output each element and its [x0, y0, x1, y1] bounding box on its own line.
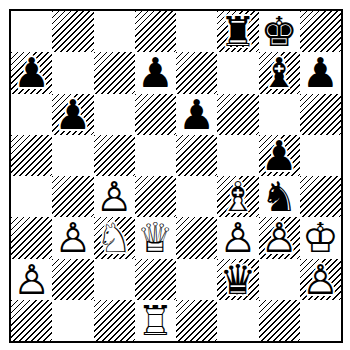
square-b8[interactable] [52, 11, 93, 52]
black-pawn: ♟♟ [259, 135, 300, 176]
square-e1[interactable] [176, 300, 217, 341]
white-pawn: ♟♙ [94, 176, 135, 217]
square-a3[interactable] [11, 217, 52, 258]
square-g3[interactable]: ♟♙ [259, 217, 300, 258]
black-queen: ♛♛ [217, 259, 258, 300]
square-b1[interactable] [52, 300, 93, 341]
square-d6[interactable] [135, 94, 176, 135]
white-pawn: ♟♙ [300, 259, 341, 300]
square-e4[interactable] [176, 176, 217, 217]
square-c2[interactable] [94, 259, 135, 300]
white-pawn: ♟♙ [11, 259, 52, 300]
white-bishop: ♝♗ [217, 176, 258, 217]
square-a4[interactable] [11, 176, 52, 217]
white-king: ♚♔ [300, 217, 341, 258]
piece-glyph: ♝ [259, 53, 300, 94]
black-king: ♚♚ [259, 11, 300, 52]
square-d1[interactable]: ♜♖ [135, 300, 176, 341]
square-h4[interactable] [300, 176, 341, 217]
square-b7[interactable] [52, 52, 93, 93]
chess-board: ♜♜♚♚♟♟♟♟♝♝♟♟♟♟♟♟♟♟♟♙♝♗♞♞♟♙♞♘♛♕♟♙♟♙♚♔♟♙♛♛… [9, 9, 343, 343]
square-e3[interactable] [176, 217, 217, 258]
piece-glyph: ♚ [259, 12, 300, 53]
square-c7[interactable] [94, 52, 135, 93]
square-c1[interactable] [94, 300, 135, 341]
square-c8[interactable] [94, 11, 135, 52]
square-d2[interactable] [135, 259, 176, 300]
square-c3[interactable]: ♞♘ [94, 217, 135, 258]
square-f8[interactable]: ♜♜ [217, 11, 258, 52]
white-knight: ♞♘ [94, 217, 135, 258]
square-f3[interactable]: ♟♙ [217, 217, 258, 258]
piece-glyph: ♟ [300, 53, 341, 94]
square-g4[interactable]: ♞♞ [259, 176, 300, 217]
square-d8[interactable] [135, 11, 176, 52]
square-g7[interactable]: ♝♝ [259, 52, 300, 93]
piece-glyph: ♔ [300, 218, 341, 259]
square-g1[interactable] [259, 300, 300, 341]
square-d5[interactable] [135, 135, 176, 176]
square-h2[interactable]: ♟♙ [300, 259, 341, 300]
piece-glyph: ♙ [52, 218, 93, 259]
square-e2[interactable] [176, 259, 217, 300]
square-h7[interactable]: ♟♟ [300, 52, 341, 93]
piece-glyph: ♟ [259, 136, 300, 177]
piece-glyph: ♟ [135, 53, 176, 94]
square-e7[interactable] [176, 52, 217, 93]
square-b2[interactable] [52, 259, 93, 300]
black-rook: ♜♜ [217, 11, 258, 52]
square-h5[interactable] [300, 135, 341, 176]
square-d3[interactable]: ♛♕ [135, 217, 176, 258]
white-pawn: ♟♙ [259, 217, 300, 258]
piece-glyph: ♗ [217, 177, 258, 218]
square-e8[interactable] [176, 11, 217, 52]
square-b3[interactable]: ♟♙ [52, 217, 93, 258]
black-pawn: ♟♟ [52, 94, 93, 135]
square-h3[interactable]: ♚♔ [300, 217, 341, 258]
square-b5[interactable] [52, 135, 93, 176]
piece-glyph: ♟ [52, 95, 93, 136]
black-pawn: ♟♟ [176, 94, 217, 135]
square-f2[interactable]: ♛♛ [217, 259, 258, 300]
square-g8[interactable]: ♚♚ [259, 11, 300, 52]
square-f4[interactable]: ♝♗ [217, 176, 258, 217]
square-c6[interactable] [94, 94, 135, 135]
square-a5[interactable] [11, 135, 52, 176]
piece-glyph: ♟ [11, 53, 52, 94]
piece-glyph: ♛ [217, 260, 258, 301]
piece-glyph: ♟ [176, 95, 217, 136]
square-a1[interactable] [11, 300, 52, 341]
piece-glyph: ♜ [217, 12, 258, 53]
square-b6[interactable]: ♟♟ [52, 94, 93, 135]
square-g2[interactable] [259, 259, 300, 300]
square-a7[interactable]: ♟♟ [11, 52, 52, 93]
square-a2[interactable]: ♟♙ [11, 259, 52, 300]
square-h6[interactable] [300, 94, 341, 135]
square-e5[interactable] [176, 135, 217, 176]
square-f7[interactable] [217, 52, 258, 93]
piece-glyph: ♖ [135, 301, 176, 342]
square-a6[interactable] [11, 94, 52, 135]
piece-glyph: ♙ [11, 260, 52, 301]
piece-glyph: ♞ [259, 177, 300, 218]
black-bishop: ♝♝ [259, 52, 300, 93]
white-queen: ♛♕ [135, 217, 176, 258]
black-knight: ♞♞ [259, 176, 300, 217]
piece-glyph: ♙ [300, 260, 341, 301]
square-a8[interactable] [11, 11, 52, 52]
black-pawn: ♟♟ [135, 52, 176, 93]
square-h1[interactable] [300, 300, 341, 341]
square-d7[interactable]: ♟♟ [135, 52, 176, 93]
square-d4[interactable] [135, 176, 176, 217]
square-e6[interactable]: ♟♟ [176, 94, 217, 135]
white-rook: ♜♖ [135, 300, 176, 341]
square-f6[interactable] [217, 94, 258, 135]
piece-glyph: ♘ [94, 218, 135, 259]
piece-glyph: ♕ [135, 218, 176, 259]
square-b4[interactable] [52, 176, 93, 217]
piece-glyph: ♙ [259, 218, 300, 259]
square-h8[interactable] [300, 11, 341, 52]
black-pawn: ♟♟ [11, 52, 52, 93]
square-c5[interactable] [94, 135, 135, 176]
piece-glyph: ♙ [94, 177, 135, 218]
square-c4[interactable]: ♟♙ [94, 176, 135, 217]
piece-glyph: ♙ [217, 218, 258, 259]
square-f1[interactable] [217, 300, 258, 341]
white-pawn: ♟♙ [217, 217, 258, 258]
square-g5[interactable]: ♟♟ [259, 135, 300, 176]
square-f5[interactable] [217, 135, 258, 176]
square-g6[interactable] [259, 94, 300, 135]
black-pawn: ♟♟ [300, 52, 341, 93]
white-pawn: ♟♙ [52, 217, 93, 258]
